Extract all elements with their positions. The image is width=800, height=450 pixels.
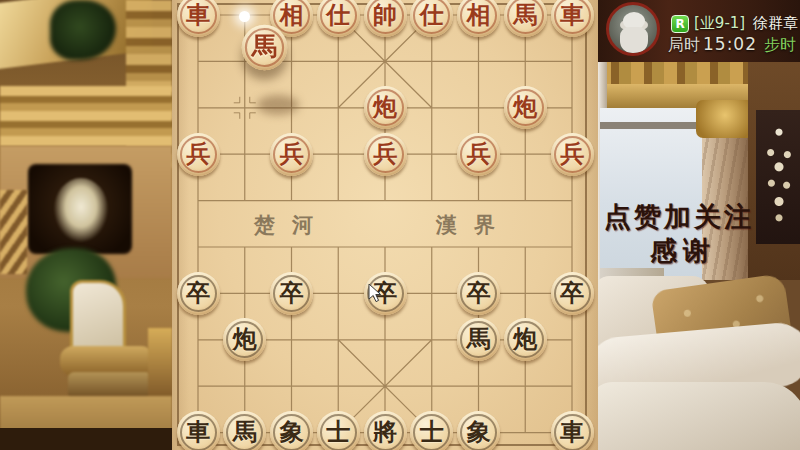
piece-red-pawn[interactable]: 兵 (457, 133, 500, 176)
column-gold-capital (696, 100, 754, 138)
piece-black-pawn[interactable]: 卒 (270, 272, 313, 315)
side-table (148, 328, 172, 402)
window-bar (600, 122, 702, 129)
player-rank: [业9-1] (694, 14, 745, 33)
piece-black-advisor[interactable]: 士 (410, 411, 453, 450)
move-time-label: 步时 (764, 35, 796, 56)
piece-red-rook[interactable]: 車 (177, 0, 220, 37)
avatar-figurine-body (620, 27, 648, 53)
piece-red-king[interactable]: 帥 (364, 0, 407, 37)
piece-black-elephant[interactable]: 象 (457, 411, 500, 450)
piece-red-cannon[interactable]: 炮 (504, 86, 547, 129)
gold-cornice (0, 86, 172, 146)
piece-black-pawn[interactable]: 卒 (457, 272, 500, 315)
game-time-value: 15:02 (703, 34, 757, 54)
pieces-layer: 車馬相仕帥仕相馬車炮炮兵兵兵兵兵卒卒卒卒卒炮馬炮車馬象士將士象車 (172, 0, 598, 450)
piece-red-rook[interactable]: 車 (551, 0, 594, 37)
piece-black-knight[interactable]: 馬 (457, 318, 500, 361)
piece-flight-shadow (257, 95, 299, 115)
stream-screenshot: 楚河 漢界 車馬相仕帥仕相馬車炮炮兵兵兵兵兵卒卒卒卒卒炮馬炮車馬象士將士象車 R… (0, 0, 800, 450)
piece-black-rook[interactable]: 車 (177, 411, 220, 450)
staircase-railing (0, 190, 27, 274)
player-name: 徐群章 (753, 14, 798, 33)
xiangqi-board[interactable]: 楚河 漢界 車馬相仕帥仕相馬車炮炮兵兵兵兵兵卒卒卒卒卒炮馬炮車馬象士將士象車 (172, 0, 598, 450)
piece-red-pawn[interactable]: 兵 (364, 133, 407, 176)
game-time-label: 局时 (668, 35, 700, 56)
piece-black-pawn[interactable]: 卒 (177, 272, 220, 315)
piece-black-knight[interactable]: 馬 (223, 411, 266, 450)
piece-red-pawn[interactable]: 兵 (270, 133, 313, 176)
like-cta-line1: 点赞加关注 (604, 199, 766, 235)
piece-black-rook[interactable]: 車 (551, 411, 594, 450)
armchair-back (70, 280, 126, 356)
river-label-left: 楚河 (254, 211, 330, 239)
piece-red-advisor[interactable]: 仕 (410, 0, 453, 37)
like-cta-line2: 感谢 (650, 233, 716, 269)
piece-black-advisor[interactable]: 士 (317, 411, 360, 450)
crystal-candelabra (54, 178, 108, 242)
piece-red-pawn[interactable]: 兵 (177, 133, 220, 176)
piece-black-pawn[interactable]: 卒 (551, 272, 594, 315)
rank-badge: R (671, 15, 689, 33)
piece-black-elephant[interactable]: 象 (270, 411, 313, 450)
piece-red-knight[interactable]: 馬 (504, 0, 547, 37)
piece-red-elephant[interactable]: 相 (457, 0, 500, 37)
background-left-photo (0, 0, 172, 450)
river-label-right: 漢界 (436, 211, 512, 239)
piece-red-cannon[interactable]: 炮 (364, 86, 407, 129)
piece-red-knight[interactable]: 馬 (242, 24, 288, 70)
piece-red-advisor[interactable]: 仕 (317, 0, 360, 37)
piece-black-king[interactable]: 將 (364, 411, 407, 450)
piece-black-cannon[interactable]: 炮 (223, 318, 266, 361)
streamer-avatar[interactable] (606, 2, 660, 56)
piece-red-pawn[interactable]: 兵 (551, 133, 594, 176)
piece-black-cannon[interactable]: 炮 (504, 318, 547, 361)
floor-shadow-strip (0, 428, 172, 450)
sofa-front-cushion (598, 382, 800, 450)
